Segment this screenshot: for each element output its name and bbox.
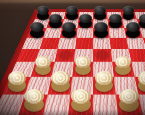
- piece-top: [94, 22, 108, 32]
- piece-top: [94, 6, 106, 15]
- white-piece[interactable]: [71, 89, 91, 112]
- piece-top: [66, 6, 78, 15]
- white-piece[interactable]: [35, 56, 52, 75]
- white-piece[interactable]: [75, 56, 92, 75]
- piece-top: [30, 22, 44, 32]
- black-piece[interactable]: [49, 14, 62, 29]
- black-piece[interactable]: [37, 6, 49, 20]
- piece-top: [95, 71, 113, 85]
- black-piece[interactable]: [94, 6, 106, 20]
- piece-top: [109, 14, 122, 23]
- black-piece[interactable]: [62, 22, 76, 37]
- pieces-layer: [0, 0, 145, 115]
- piece-top: [126, 22, 140, 32]
- piece-top: [49, 14, 62, 23]
- white-piece[interactable]: [119, 89, 139, 112]
- black-piece[interactable]: [126, 22, 140, 37]
- piece-top: [139, 14, 145, 23]
- black-piece[interactable]: [66, 6, 78, 20]
- white-piece[interactable]: [95, 71, 113, 92]
- black-piece[interactable]: [109, 14, 122, 29]
- white-piece[interactable]: [24, 89, 44, 112]
- black-piece[interactable]: [30, 22, 44, 37]
- white-piece[interactable]: [138, 71, 145, 92]
- black-piece[interactable]: [139, 14, 145, 29]
- checkers-game-scene: [0, 0, 145, 115]
- piece-top: [8, 71, 26, 85]
- black-piece[interactable]: [79, 14, 92, 29]
- black-piece[interactable]: [123, 6, 135, 20]
- piece-top: [138, 71, 145, 85]
- piece-top: [24, 89, 44, 104]
- piece-top: [119, 89, 139, 104]
- piece-top: [62, 22, 76, 32]
- piece-top: [51, 71, 69, 85]
- white-piece[interactable]: [51, 71, 69, 92]
- black-piece[interactable]: [94, 22, 108, 37]
- piece-top: [79, 14, 92, 23]
- white-piece[interactable]: [115, 56, 132, 75]
